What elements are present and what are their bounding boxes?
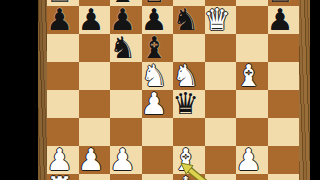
square-b2[interactable]: ♟ — [79, 146, 111, 174]
square-c6[interactable]: ♞ — [110, 34, 142, 62]
square-c2[interactable]: ♟ — [110, 146, 142, 174]
square-f1[interactable] — [205, 174, 237, 180]
chess-app-canvas: ♜♝♚♜♟♟♟♟♞♛♟♞♝♞♞♝♟♛♟♟♟♝♟♜♚ — [0, 0, 320, 180]
square-b6[interactable] — [79, 34, 111, 62]
square-h1[interactable] — [268, 174, 300, 180]
square-d2[interactable] — [142, 146, 174, 174]
square-f7[interactable]: ♛ — [205, 6, 237, 34]
square-h6[interactable] — [268, 34, 300, 62]
black-pawn[interactable]: ♟ — [46, 5, 73, 35]
square-d3[interactable] — [142, 118, 174, 146]
white-queen[interactable]: ♛ — [204, 5, 231, 35]
square-f2[interactable] — [205, 146, 237, 174]
square-g5[interactable]: ♝ — [236, 62, 268, 90]
white-bishop[interactable]: ♝ — [235, 61, 262, 91]
square-a1[interactable]: ♜ — [47, 174, 79, 180]
black-pawn[interactable]: ♟ — [267, 5, 294, 35]
square-g2[interactable]: ♟ — [236, 146, 268, 174]
square-d4[interactable]: ♟ — [142, 90, 174, 118]
square-h2[interactable] — [268, 146, 300, 174]
square-g7[interactable] — [236, 6, 268, 34]
square-a4[interactable] — [47, 90, 79, 118]
square-g4[interactable] — [236, 90, 268, 118]
square-f3[interactable] — [205, 118, 237, 146]
square-h5[interactable] — [268, 62, 300, 90]
white-pawn[interactable]: ♟ — [141, 89, 168, 119]
black-pawn[interactable]: ♟ — [78, 5, 105, 35]
square-h3[interactable] — [268, 118, 300, 146]
square-f5[interactable] — [205, 62, 237, 90]
square-a5[interactable] — [47, 62, 79, 90]
black-queen[interactable]: ♛ — [172, 89, 199, 119]
square-h7[interactable]: ♟ — [268, 6, 300, 34]
chess-board: ♜♝♚♜♟♟♟♟♞♛♟♞♝♞♞♝♟♛♟♟♟♝♟♜♚ — [47, 0, 299, 180]
white-pawn[interactable]: ♟ — [78, 145, 105, 175]
white-pawn[interactable]: ♟ — [109, 145, 136, 175]
square-b5[interactable] — [79, 62, 111, 90]
white-pawn[interactable]: ♟ — [235, 145, 262, 175]
black-knight[interactable]: ♞ — [172, 5, 199, 35]
white-king[interactable]: ♚ — [172, 173, 199, 180]
square-d1[interactable] — [142, 174, 174, 180]
square-b7[interactable]: ♟ — [79, 6, 111, 34]
square-a6[interactable] — [47, 34, 79, 62]
square-e4[interactable]: ♛ — [173, 90, 205, 118]
black-knight[interactable]: ♞ — [109, 33, 136, 63]
square-e1[interactable]: ♚ — [173, 174, 205, 180]
square-e7[interactable]: ♞ — [173, 6, 205, 34]
square-c4[interactable] — [110, 90, 142, 118]
square-f6[interactable] — [205, 34, 237, 62]
square-a7[interactable]: ♟ — [47, 6, 79, 34]
square-b4[interactable] — [79, 90, 111, 118]
white-rook[interactable]: ♜ — [46, 173, 73, 180]
square-h4[interactable] — [268, 90, 300, 118]
square-c5[interactable] — [110, 62, 142, 90]
square-f4[interactable] — [205, 90, 237, 118]
